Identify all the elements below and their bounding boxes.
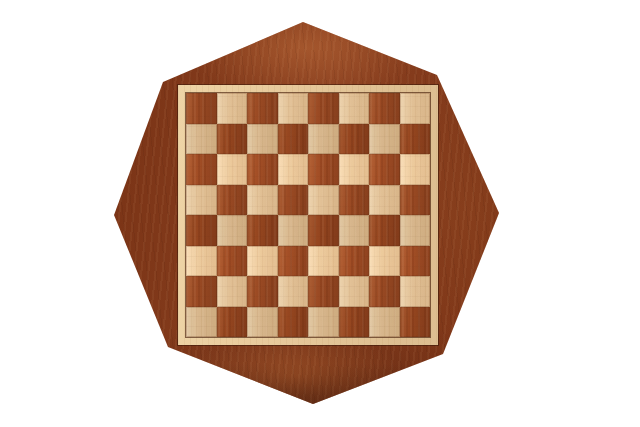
square-d3 (278, 246, 309, 277)
square-c8 (247, 93, 278, 124)
square-b8 (217, 93, 248, 124)
square-e2 (308, 276, 339, 307)
square-e6 (308, 154, 339, 185)
square-e7 (308, 124, 339, 155)
square-h3 (400, 246, 431, 277)
square-f7 (339, 124, 370, 155)
square-h8 (400, 93, 431, 124)
square-d1 (278, 307, 309, 338)
square-a7 (186, 124, 217, 155)
square-g3 (369, 246, 400, 277)
square-c1 (247, 307, 278, 338)
square-c7 (247, 124, 278, 155)
board-frame (178, 85, 438, 345)
square-c5 (247, 185, 278, 216)
square-a6 (186, 154, 217, 185)
square-g8 (369, 93, 400, 124)
square-h7 (400, 124, 431, 155)
square-e5 (308, 185, 339, 216)
square-f5 (339, 185, 370, 216)
square-a2 (186, 276, 217, 307)
square-b6 (217, 154, 248, 185)
square-f6 (339, 154, 370, 185)
square-b2 (217, 276, 248, 307)
square-f2 (339, 276, 370, 307)
square-d7 (278, 124, 309, 155)
square-c4 (247, 215, 278, 246)
square-b1 (217, 307, 248, 338)
product-photo (0, 0, 640, 427)
square-h6 (400, 154, 431, 185)
square-d4 (278, 215, 309, 246)
square-h4 (400, 215, 431, 246)
square-g5 (369, 185, 400, 216)
square-b4 (217, 215, 248, 246)
square-g7 (369, 124, 400, 155)
square-a8 (186, 93, 217, 124)
square-h2 (400, 276, 431, 307)
square-a3 (186, 246, 217, 277)
square-d8 (278, 93, 309, 124)
square-b5 (217, 185, 248, 216)
square-d2 (278, 276, 309, 307)
square-e1 (308, 307, 339, 338)
square-c6 (247, 154, 278, 185)
square-g1 (369, 307, 400, 338)
chessboard (185, 92, 431, 338)
square-b3 (217, 246, 248, 277)
square-c3 (247, 246, 278, 277)
square-h5 (400, 185, 431, 216)
square-d6 (278, 154, 309, 185)
square-a5 (186, 185, 217, 216)
square-a4 (186, 215, 217, 246)
square-f4 (339, 215, 370, 246)
square-g2 (369, 276, 400, 307)
square-g4 (369, 215, 400, 246)
square-a1 (186, 307, 217, 338)
square-h1 (400, 307, 431, 338)
square-f8 (339, 93, 370, 124)
square-e8 (308, 93, 339, 124)
square-f1 (339, 307, 370, 338)
square-f3 (339, 246, 370, 277)
square-d5 (278, 185, 309, 216)
square-c2 (247, 276, 278, 307)
square-e4 (308, 215, 339, 246)
square-g6 (369, 154, 400, 185)
square-b7 (217, 124, 248, 155)
square-e3 (308, 246, 339, 277)
